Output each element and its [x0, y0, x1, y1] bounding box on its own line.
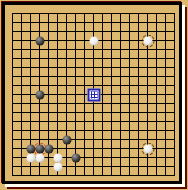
- white-stone-f3: [53, 153, 62, 162]
- black-stone-d4: [35, 144, 44, 153]
- white-stone-q16: [143, 36, 152, 45]
- go-board-grid[interactable]: [12, 13, 175, 176]
- go-board-panel: [2, 2, 182, 184]
- black-stone-h3: [71, 153, 80, 162]
- white-stone-c3: [26, 153, 35, 162]
- board-cursor-icon: [87, 88, 100, 101]
- white-stone-k16: [89, 36, 98, 45]
- white-stone-q4: [143, 144, 152, 153]
- mini-goban-icon: [90, 91, 97, 98]
- white-stone-f2: [53, 162, 62, 171]
- black-stone-d10: [35, 90, 44, 99]
- black-stone-g5: [62, 135, 71, 144]
- white-stone-d3: [35, 153, 44, 162]
- black-stone-d16: [35, 36, 44, 45]
- black-stone-e4: [44, 144, 53, 153]
